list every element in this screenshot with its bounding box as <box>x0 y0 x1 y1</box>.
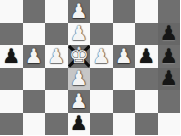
square-c1-r2[interactable] <box>0 23 23 46</box>
square-c7-r2[interactable] <box>135 23 158 46</box>
white-pawn[interactable]: ♟ <box>115 46 133 67</box>
square-c8-r2[interactable]: ♟ <box>158 23 181 46</box>
black-pawn[interactable]: ♟ <box>160 23 178 44</box>
square-c7-r3[interactable]: ♟ <box>135 45 158 68</box>
black-pawn[interactable]: ♟ <box>2 46 20 67</box>
square-c1-r1[interactable] <box>0 0 23 23</box>
square-c7-r6[interactable] <box>135 113 158 136</box>
square-c4-r2[interactable]: ♟ <box>68 23 91 46</box>
square-c5-r5[interactable] <box>90 90 113 113</box>
white-pawn[interactable]: ♟ <box>70 68 88 89</box>
square-c4-r5[interactable]: ♟ <box>68 90 91 113</box>
square-c2-r2[interactable] <box>23 23 46 46</box>
square-c6-r6[interactable] <box>113 113 136 136</box>
square-c1-r6[interactable] <box>0 113 23 136</box>
square-c3-r3[interactable]: ♟ <box>45 45 68 68</box>
square-c3-r4[interactable] <box>45 68 68 91</box>
white-pawn[interactable]: ♟ <box>70 23 88 44</box>
square-c5-r2[interactable] <box>90 23 113 46</box>
square-c1-r3[interactable]: ♟ <box>0 45 23 68</box>
black-pawn[interactable]: ♟ <box>137 46 155 67</box>
white-pawn[interactable]: ♟ <box>70 1 88 22</box>
square-c3-r5[interactable] <box>45 90 68 113</box>
black-pawn[interactable]: ♟ <box>160 68 178 89</box>
square-c5-r6[interactable] <box>90 113 113 136</box>
white-pawn[interactable]: ♟ <box>70 91 88 112</box>
white-pawn[interactable]: ♟ <box>47 46 65 67</box>
square-c7-r5[interactable] <box>135 90 158 113</box>
square-c3-r1[interactable] <box>45 0 68 23</box>
white-pawn[interactable]: ♟ <box>92 46 110 67</box>
square-c1-r5[interactable] <box>0 90 23 113</box>
square-c6-r5[interactable] <box>113 90 136 113</box>
square-c3-r6[interactable] <box>45 113 68 136</box>
square-c5-r1[interactable] <box>90 0 113 23</box>
square-c8-r5[interactable] <box>158 90 181 113</box>
square-c7-r1[interactable] <box>135 0 158 23</box>
square-c2-r6[interactable] <box>23 113 46 136</box>
square-c4-r4[interactable]: ♟ <box>68 68 91 91</box>
square-c4-r1[interactable]: ♟ <box>68 0 91 23</box>
square-c2-r5[interactable] <box>23 90 46 113</box>
square-c3-r2[interactable] <box>45 23 68 46</box>
square-c6-r3[interactable]: ♟ <box>113 45 136 68</box>
square-c2-r3[interactable]: ♟ <box>23 45 46 68</box>
white-pawn[interactable]: ♟ <box>25 46 43 67</box>
square-c2-r4[interactable] <box>23 68 46 91</box>
square-c1-r4[interactable] <box>0 68 23 91</box>
square-c8-r6[interactable] <box>158 113 181 136</box>
square-c6-r1[interactable] <box>113 0 136 23</box>
square-c5-r4[interactable] <box>90 68 113 91</box>
square-c4-r3[interactable]: ♚ <box>68 45 91 68</box>
square-c5-r3[interactable]: ♟ <box>90 45 113 68</box>
square-c8-r3[interactable]: ♟ <box>158 45 181 68</box>
square-c8-r1[interactable] <box>158 0 181 23</box>
square-c8-r4[interactable]: ♟ <box>158 68 181 91</box>
white-king-marked[interactable]: ♚ <box>69 45 89 68</box>
square-c6-r4[interactable] <box>113 68 136 91</box>
black-pawn[interactable]: ♟ <box>70 113 88 134</box>
square-c6-r2[interactable] <box>113 23 136 46</box>
square-c7-r4[interactable] <box>135 68 158 91</box>
square-c4-r6[interactable]: ♟ <box>68 113 91 136</box>
square-c2-r1[interactable] <box>23 0 46 23</box>
chess-board: ♟♟♟♟♟♟♚♟♟♟♟♟♟♟♟ <box>0 0 180 135</box>
black-pawn[interactable]: ♟ <box>160 46 178 67</box>
